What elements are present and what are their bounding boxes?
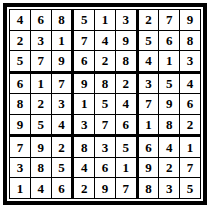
- sudoku-cell-r3c4[interactable]: 6: [74, 51, 94, 71]
- sudoku-box-3-1: 792385146: [10, 137, 71, 198]
- sudoku-cell-r3c2[interactable]: 7: [31, 51, 51, 71]
- sudoku-box-3-3: 641927835: [139, 137, 200, 198]
- sudoku-cell-r7c5[interactable]: 3: [95, 137, 115, 157]
- sudoku-cell-r1c9[interactable]: 9: [180, 10, 200, 30]
- sudoku-cell-r9c1[interactable]: 1: [10, 178, 30, 198]
- sudoku-cell-r1c2[interactable]: 6: [31, 10, 51, 30]
- sudoku-box-1-3: 279568413: [139, 10, 200, 71]
- sudoku-cell-r5c1[interactable]: 8: [10, 94, 30, 114]
- sudoku-cell-r3c6[interactable]: 8: [116, 51, 136, 71]
- sudoku-cell-r6c8[interactable]: 8: [159, 115, 179, 135]
- sudoku-cell-r1c1[interactable]: 4: [10, 10, 30, 30]
- sudoku-cell-r9c3[interactable]: 6: [52, 178, 72, 198]
- sudoku-cell-r6c7[interactable]: 1: [139, 115, 159, 135]
- sudoku-cell-r5c8[interactable]: 9: [159, 94, 179, 114]
- sudoku-cell-r2c8[interactable]: 6: [159, 31, 179, 51]
- sudoku-box-2-3: 354796182: [139, 74, 200, 135]
- sudoku-cell-r2c9[interactable]: 8: [180, 31, 200, 51]
- sudoku-cell-r8c4[interactable]: 4: [74, 158, 94, 178]
- sudoku-cell-r6c4[interactable]: 3: [74, 115, 94, 135]
- sudoku-cell-r6c1[interactable]: 9: [10, 115, 30, 135]
- sudoku-cell-r4c9[interactable]: 4: [180, 74, 200, 94]
- sudoku-cell-r2c5[interactable]: 4: [95, 31, 115, 51]
- sudoku-cell-r6c5[interactable]: 7: [95, 115, 115, 135]
- sudoku-cell-r7c6[interactable]: 5: [116, 137, 136, 157]
- sudoku-cell-r1c3[interactable]: 8: [52, 10, 72, 30]
- sudoku-cell-r8c9[interactable]: 7: [180, 158, 200, 178]
- sudoku-cell-r8c5[interactable]: 6: [95, 158, 115, 178]
- sudoku-cell-r7c3[interactable]: 2: [52, 137, 72, 157]
- sudoku-cell-r2c7[interactable]: 5: [139, 31, 159, 51]
- sudoku-cell-r9c5[interactable]: 9: [95, 178, 115, 198]
- sudoku-cell-r8c2[interactable]: 8: [31, 158, 51, 178]
- sudoku-cell-r7c9[interactable]: 1: [180, 137, 200, 157]
- sudoku-cell-r7c1[interactable]: 7: [10, 137, 30, 157]
- sudoku-cell-r1c7[interactable]: 2: [139, 10, 159, 30]
- sudoku-cell-r3c7[interactable]: 4: [139, 51, 159, 71]
- sudoku-cell-r1c8[interactable]: 7: [159, 10, 179, 30]
- sudoku-cell-r1c5[interactable]: 1: [95, 10, 115, 30]
- sudoku-cell-r4c8[interactable]: 5: [159, 74, 179, 94]
- sudoku-box-2-2: 982154376: [74, 74, 135, 135]
- sudoku-cell-r5c7[interactable]: 7: [139, 94, 159, 114]
- sudoku-cell-r9c9[interactable]: 5: [180, 178, 200, 198]
- sudoku-board-boxes: 4682315795137496282795684136178239549821…: [9, 9, 201, 199]
- sudoku-cell-r5c3[interactable]: 3: [52, 94, 72, 114]
- sudoku-cell-r2c4[interactable]: 7: [74, 31, 94, 51]
- sudoku-cell-r7c7[interactable]: 6: [139, 137, 159, 157]
- sudoku-cell-r9c2[interactable]: 4: [31, 178, 51, 198]
- sudoku-cell-r9c6[interactable]: 7: [116, 178, 136, 198]
- sudoku-cell-r4c6[interactable]: 2: [116, 74, 136, 94]
- sudoku-cell-r5c2[interactable]: 2: [31, 94, 51, 114]
- sudoku-cell-r3c8[interactable]: 1: [159, 51, 179, 71]
- sudoku-cell-r8c1[interactable]: 3: [10, 158, 30, 178]
- sudoku-box-1-1: 468231579: [10, 10, 71, 71]
- sudoku-cell-r2c6[interactable]: 9: [116, 31, 136, 51]
- sudoku-cell-r2c1[interactable]: 2: [10, 31, 30, 51]
- sudoku-cell-r1c4[interactable]: 5: [74, 10, 94, 30]
- sudoku-cell-r4c5[interactable]: 8: [95, 74, 115, 94]
- sudoku-cell-r7c4[interactable]: 8: [74, 137, 94, 157]
- sudoku-cell-r3c3[interactable]: 9: [52, 51, 72, 71]
- sudoku-cell-r4c4[interactable]: 9: [74, 74, 94, 94]
- sudoku-cell-r1c6[interactable]: 3: [116, 10, 136, 30]
- sudoku-cell-r4c3[interactable]: 7: [52, 74, 72, 94]
- sudoku-cell-r9c4[interactable]: 2: [74, 178, 94, 198]
- sudoku-cell-r5c6[interactable]: 4: [116, 94, 136, 114]
- sudoku-box-1-2: 513749628: [74, 10, 135, 71]
- sudoku-cell-r8c6[interactable]: 1: [116, 158, 136, 178]
- sudoku-cell-r7c8[interactable]: 4: [159, 137, 179, 157]
- sudoku-cell-r6c2[interactable]: 5: [31, 115, 51, 135]
- sudoku-cell-r4c2[interactable]: 1: [31, 74, 51, 94]
- sudoku-box-2-1: 617823954: [10, 74, 71, 135]
- sudoku-cell-r4c1[interactable]: 6: [10, 74, 30, 94]
- sudoku-cell-r2c3[interactable]: 1: [52, 31, 72, 51]
- sudoku-cell-r8c7[interactable]: 9: [139, 158, 159, 178]
- sudoku-cell-r6c3[interactable]: 4: [52, 115, 72, 135]
- sudoku-cell-r8c3[interactable]: 5: [52, 158, 72, 178]
- sudoku-cell-r7c2[interactable]: 9: [31, 137, 51, 157]
- sudoku-cell-r6c9[interactable]: 2: [180, 115, 200, 135]
- sudoku-cell-r2c2[interactable]: 3: [31, 31, 51, 51]
- sudoku-cell-r5c4[interactable]: 1: [74, 94, 94, 114]
- sudoku-cell-r3c9[interactable]: 3: [180, 51, 200, 71]
- sudoku-cell-r9c8[interactable]: 3: [159, 178, 179, 198]
- sudoku-box-3-2: 835461297: [74, 137, 135, 198]
- sudoku-cell-r8c8[interactable]: 2: [159, 158, 179, 178]
- sudoku-cell-r6c6[interactable]: 6: [116, 115, 136, 135]
- sudoku-cell-r4c7[interactable]: 3: [139, 74, 159, 94]
- sudoku-cell-r5c9[interactable]: 6: [180, 94, 200, 114]
- sudoku-cell-r5c5[interactable]: 5: [95, 94, 115, 114]
- sudoku-cell-r3c5[interactable]: 2: [95, 51, 115, 71]
- sudoku-cell-r9c7[interactable]: 8: [139, 178, 159, 198]
- sudoku-board: 4682315795137496282795684136178239549821…: [3, 3, 207, 205]
- sudoku-cell-r3c1[interactable]: 5: [10, 51, 30, 71]
